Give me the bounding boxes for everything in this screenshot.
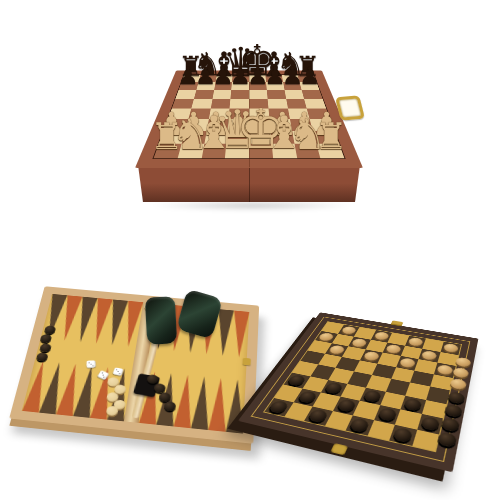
die [86, 360, 95, 368]
chess-piece-white-rook: ♜ [311, 122, 352, 152]
backgammon-checker-dark [39, 343, 52, 352]
rim-checker-light [455, 357, 471, 368]
chess-piece-white-pawn: ♟ [154, 112, 189, 138]
backgammon-checker-dark [40, 334, 53, 343]
backgammon-checker-dark [44, 325, 57, 334]
chess-piece-black-pawn: ♟ [192, 67, 218, 86]
chess-piece-black-pawn: ♟ [210, 67, 236, 86]
checker-piece-dark [349, 417, 371, 433]
chess-piece-black-pawn: ♟ [279, 67, 305, 86]
chess-piece-black-pawn: ♟ [227, 67, 253, 86]
backgammon-point [173, 374, 196, 428]
dice-cup [145, 296, 177, 345]
die-pip [92, 365, 94, 367]
checker-piece-dark [363, 389, 383, 403]
chess-piece-white-knight: ♞ [285, 118, 331, 152]
backgammon-checker-dark [164, 401, 177, 412]
checker-piece-dark [420, 416, 440, 432]
chess-piece-white-king: ♚ [230, 107, 291, 151]
brass-latch-icon [242, 358, 250, 366]
rim-checker-dark [437, 431, 458, 448]
chess-piece-black-bishop: ♝ [205, 51, 242, 78]
chess-piece-white-bishop: ♝ [189, 115, 239, 151]
chess-piece-black-queen: ♛ [219, 46, 263, 78]
checker-piece-dark [403, 397, 422, 411]
chess-piece-white-pawn: ♟ [287, 112, 322, 138]
checker-piece-dark [377, 407, 398, 422]
product-photo: ♜♞♝♛♚♝♞♜♟♟♟♟♟♟♟♟♟♟♟♟♟♟♟♟♜♞♝♛♚♝♞♜ [0, 0, 498, 500]
rim-checker-light [449, 378, 467, 391]
checker-piece-dark [392, 427, 413, 443]
backgammon-board [9, 286, 259, 444]
chess-piece-white-pawn: ♟ [176, 112, 211, 138]
rim-checker-dark [444, 403, 463, 418]
chess-piece-white-pawn: ♟ [242, 112, 277, 138]
chess-piece-white-pawn: ♟ [309, 112, 344, 138]
chess-piece-black-rook: ♜ [292, 56, 323, 78]
chess-piece-black-pawn: ♟ [262, 67, 288, 86]
die [112, 367, 123, 376]
chess-piece-white-bishop: ♝ [259, 115, 309, 151]
chess-pieces: ♜♞♝♛♚♝♞♜♟♟♟♟♟♟♟♟♟♟♟♟♟♟♟♟♜♞♝♛♚♝♞♜ [133, 12, 365, 212]
brass-hinge-icon [391, 321, 404, 327]
brass-clasp-icon [331, 443, 349, 455]
chess-piece-black-knight: ♞ [273, 52, 308, 78]
checkers-grid [263, 321, 462, 452]
backgammon-point [190, 376, 213, 430]
rim-checker-light [452, 367, 469, 379]
chess-piece-white-rook: ♜ [147, 122, 188, 152]
backgammon-checker-dark [36, 352, 49, 362]
chess-piece-white-pawn: ♟ [198, 112, 233, 138]
chess-piece-black-bishop: ♝ [255, 51, 292, 78]
die-pip [118, 373, 120, 375]
rim-checker-dark [447, 391, 465, 405]
backgammon-point [208, 377, 230, 432]
chess-piece-black-pawn: ♟ [175, 67, 201, 86]
chess-piece-black-knight: ♞ [190, 52, 225, 78]
chess-piece-white-pawn: ♟ [220, 112, 255, 138]
chess-piece-black-rook: ♜ [175, 56, 206, 78]
chess-piece-white-queen: ♛ [208, 109, 266, 151]
backgammon-point [230, 310, 249, 358]
checkers-set [276, 286, 496, 476]
chess-set: ♜♞♝♛♚♝♞♜♟♟♟♟♟♟♟♟♟♟♟♟♟♟♟♟♜♞♝♛♚♝♞♜ [133, 12, 365, 212]
rim-checker-dark [440, 417, 460, 433]
checkers-square [412, 429, 439, 451]
chess-piece-black-pawn: ♟ [297, 67, 323, 86]
chess-piece-white-pawn: ♟ [265, 112, 300, 138]
backgammon-point [225, 379, 246, 434]
backgammon-point [41, 294, 68, 340]
chess-piece-black-king: ♚ [234, 44, 280, 78]
die-pip [103, 376, 105, 378]
backgammon-set [18, 275, 276, 465]
chess-piece-black-pawn: ♟ [244, 67, 270, 86]
chess-piece-white-knight: ♞ [167, 118, 213, 152]
